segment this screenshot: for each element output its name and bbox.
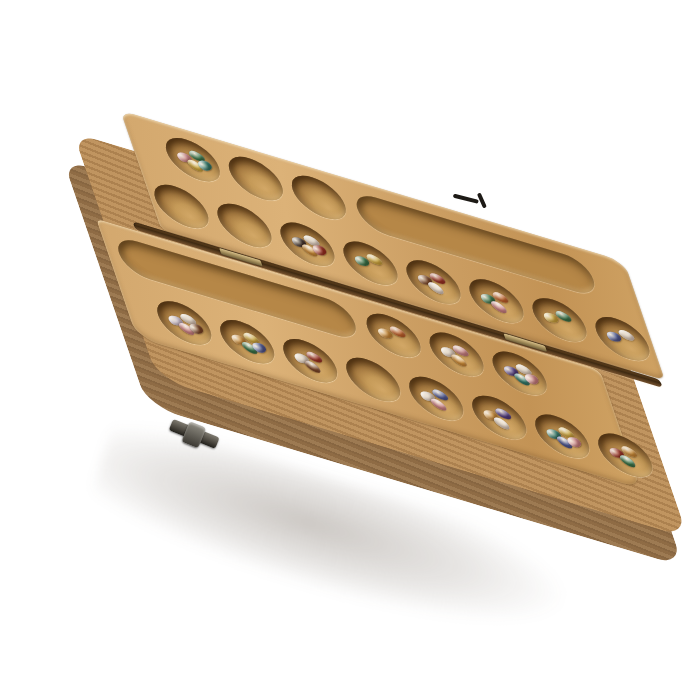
top-inner-pit-8[interactable] bbox=[589, 311, 655, 367]
top-inner-pit-6[interactable] bbox=[463, 273, 529, 329]
top-outer-pit-1[interactable] bbox=[160, 132, 226, 188]
top-inner-pit-2[interactable] bbox=[211, 197, 277, 253]
bottom-inner-pit-1[interactable] bbox=[151, 295, 217, 351]
bottom-outer-pit-2[interactable] bbox=[424, 326, 490, 382]
bottom-inner-pit-3[interactable] bbox=[277, 333, 343, 389]
top-outer-pit-2[interactable] bbox=[223, 150, 289, 206]
top-inner-pit-7[interactable] bbox=[526, 292, 592, 348]
product-photo-scene bbox=[0, 0, 700, 700]
bottom-inner-pit-5[interactable] bbox=[403, 370, 469, 426]
top-inner-pit-3[interactable] bbox=[274, 216, 340, 272]
top-outer-pit-3[interactable] bbox=[286, 169, 352, 225]
bottom-outer-pit-1[interactable] bbox=[361, 307, 427, 363]
top-inner-pit-4[interactable] bbox=[337, 235, 403, 291]
top-inner-pit-5[interactable] bbox=[400, 254, 466, 310]
bottom-outer-pit-3[interactable] bbox=[487, 345, 553, 401]
bottom-inner-pit-6[interactable] bbox=[466, 389, 532, 445]
bottom-inner-pit-7[interactable] bbox=[529, 408, 595, 464]
bottom-inner-pit-2[interactable] bbox=[214, 314, 280, 370]
bottom-inner-pit-4[interactable] bbox=[340, 351, 406, 407]
